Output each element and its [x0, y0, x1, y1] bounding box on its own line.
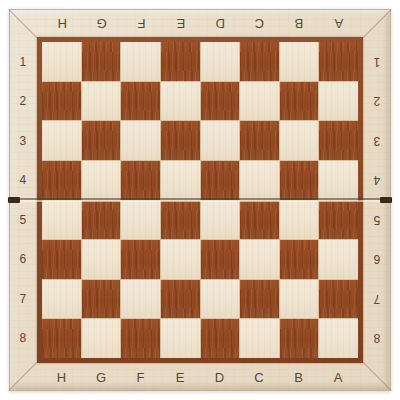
rank-label-right-5: 5: [373, 214, 380, 226]
square-c4[interactable]: [240, 161, 279, 200]
square-h7[interactable]: [42, 280, 81, 319]
square-h5[interactable]: [42, 201, 81, 240]
square-a8[interactable]: [319, 319, 358, 358]
square-d3[interactable]: [201, 121, 240, 160]
file-label-bottom-b: B: [294, 371, 303, 384]
rank-label-right-4: 4: [373, 174, 380, 186]
file-label-bottom-f: F: [137, 371, 145, 384]
square-e8[interactable]: [161, 319, 200, 358]
square-a3[interactable]: [319, 121, 358, 160]
square-e1[interactable]: [161, 42, 200, 81]
rank-label-right-7: 7: [373, 293, 380, 305]
square-a5[interactable]: [319, 201, 358, 240]
file-label-top-e: E: [176, 17, 185, 30]
square-c3[interactable]: [240, 121, 279, 160]
file-labels-top: HGFEDCBA: [42, 9, 358, 37]
square-b4[interactable]: [280, 161, 319, 200]
rank-label-right-3: 3: [373, 135, 380, 147]
mitre-joint-top-left: [8, 9, 42, 43]
rank-label-right-6: 6: [373, 253, 380, 265]
rank-label-left-4: 4: [19, 174, 26, 186]
square-e6[interactable]: [161, 240, 200, 279]
square-a1[interactable]: [319, 42, 358, 81]
square-b1[interactable]: [280, 42, 319, 81]
square-a6[interactable]: [319, 240, 358, 279]
file-label-bottom-a: A: [334, 371, 343, 384]
file-label-top-d: D: [215, 17, 225, 30]
file-labels-bottom: HGFEDCBA: [42, 363, 358, 391]
mitre-joint-bottom-left: [8, 357, 42, 391]
hinge-left: [8, 197, 20, 203]
file-label-top-g: G: [96, 17, 107, 30]
square-c2[interactable]: [240, 82, 279, 121]
rank-label-left-8: 8: [19, 332, 26, 344]
square-g3[interactable]: [82, 121, 121, 160]
square-e7[interactable]: [161, 280, 200, 319]
square-b6[interactable]: [280, 240, 319, 279]
mitre-joint-bottom-right: [358, 357, 392, 391]
square-d5[interactable]: [201, 201, 240, 240]
square-h1[interactable]: [42, 42, 81, 81]
square-h8[interactable]: [42, 319, 81, 358]
file-label-top-f: F: [137, 17, 145, 30]
square-e4[interactable]: [161, 161, 200, 200]
file-label-top-h: H: [57, 17, 67, 30]
file-label-top-a: A: [334, 17, 343, 30]
square-f3[interactable]: [121, 121, 160, 160]
square-b8[interactable]: [280, 319, 319, 358]
square-d4[interactable]: [201, 161, 240, 200]
square-g6[interactable]: [82, 240, 121, 279]
square-e5[interactable]: [161, 201, 200, 240]
square-c6[interactable]: [240, 240, 279, 279]
file-label-top-c: C: [254, 17, 264, 30]
hinge-right: [380, 197, 392, 203]
square-d1[interactable]: [201, 42, 240, 81]
file-label-top-b: B: [294, 17, 303, 30]
square-d6[interactable]: [201, 240, 240, 279]
chess-board: HGFEDCBA HGFEDCBA 12345678 12345678: [9, 9, 391, 391]
rank-label-left-6: 6: [19, 253, 26, 265]
file-label-bottom-d: D: [215, 371, 225, 384]
square-g8[interactable]: [82, 319, 121, 358]
square-h6[interactable]: [42, 240, 81, 279]
square-h2[interactable]: [42, 82, 81, 121]
square-a4[interactable]: [319, 161, 358, 200]
square-g4[interactable]: [82, 161, 121, 200]
square-e2[interactable]: [161, 82, 200, 121]
square-b5[interactable]: [280, 201, 319, 240]
square-g5[interactable]: [82, 201, 121, 240]
file-label-bottom-g: G: [96, 371, 107, 384]
square-g2[interactable]: [82, 82, 121, 121]
square-b7[interactable]: [280, 280, 319, 319]
photo-background: HGFEDCBA HGFEDCBA 12345678 12345678: [0, 0, 400, 400]
rank-label-left-7: 7: [19, 293, 26, 305]
square-e3[interactable]: [161, 121, 200, 160]
square-c8[interactable]: [240, 319, 279, 358]
square-f2[interactable]: [121, 82, 160, 121]
file-label-bottom-e: E: [176, 371, 185, 384]
rank-label-left-5: 5: [19, 214, 26, 226]
square-c7[interactable]: [240, 280, 279, 319]
square-a2[interactable]: [319, 82, 358, 121]
rank-label-right-2: 2: [373, 95, 380, 107]
file-label-bottom-c: C: [254, 371, 264, 384]
rank-label-left-3: 3: [19, 135, 26, 147]
square-c1[interactable]: [240, 42, 279, 81]
rank-label-left-1: 1: [19, 56, 26, 68]
square-a7[interactable]: [319, 280, 358, 319]
mitre-joint-top-right: [358, 9, 392, 43]
square-f6[interactable]: [121, 240, 160, 279]
square-d2[interactable]: [201, 82, 240, 121]
square-d7[interactable]: [201, 280, 240, 319]
square-h4[interactable]: [42, 161, 81, 200]
square-g1[interactable]: [82, 42, 121, 81]
square-b2[interactable]: [280, 82, 319, 121]
square-g7[interactable]: [82, 280, 121, 319]
square-f1[interactable]: [121, 42, 160, 81]
square-c5[interactable]: [240, 201, 279, 240]
square-d8[interactable]: [201, 319, 240, 358]
square-h3[interactable]: [42, 121, 81, 160]
square-f4[interactable]: [121, 161, 160, 200]
square-f7[interactable]: [121, 280, 160, 319]
file-label-bottom-h: H: [57, 371, 67, 384]
square-b3[interactable]: [280, 121, 319, 160]
rank-label-right-1: 1: [373, 56, 380, 68]
square-f5[interactable]: [121, 201, 160, 240]
rank-label-right-8: 8: [373, 332, 380, 344]
square-f8[interactable]: [121, 319, 160, 358]
fold-hinge-seam: [9, 198, 391, 202]
rank-label-left-2: 2: [19, 95, 26, 107]
